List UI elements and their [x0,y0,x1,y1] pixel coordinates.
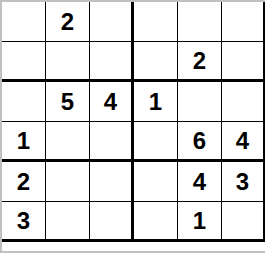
cell-r4c1[interactable]: 1 [2,122,46,162]
cell-r2c5[interactable]: 2 [178,42,222,82]
cell-r1c3[interactable] [90,2,134,42]
sudoku-board: 2254116424331 [2,2,265,242]
cell-r2c3[interactable] [90,42,134,82]
cell-r1c6[interactable] [222,2,265,42]
cell-r1c2[interactable]: 2 [46,2,90,42]
sudoku-frame: 2254116424331 [0,0,265,253]
cell-r6c3[interactable] [90,202,134,242]
cell-r4c6[interactable]: 4 [222,122,265,162]
cell-r4c5[interactable]: 6 [178,122,222,162]
cell-r3c4[interactable]: 1 [134,82,178,122]
cell-r4c2[interactable] [46,122,90,162]
cell-r3c5[interactable] [178,82,222,122]
cell-r6c6[interactable] [222,202,265,242]
cell-r6c1[interactable]: 3 [2,202,46,242]
cell-r5c5[interactable]: 4 [178,162,222,202]
cell-r1c4[interactable] [134,2,178,42]
cell-r5c1[interactable]: 2 [2,162,46,202]
cell-r1c1[interactable] [2,2,46,42]
cell-r5c4[interactable] [134,162,178,202]
cell-r5c3[interactable] [90,162,134,202]
cell-r5c6[interactable]: 3 [222,162,265,202]
cell-r6c4[interactable] [134,202,178,242]
cell-r6c2[interactable] [46,202,90,242]
cell-r5c2[interactable] [46,162,90,202]
cell-r4c4[interactable] [134,122,178,162]
cell-r2c4[interactable] [134,42,178,82]
cell-r3c2[interactable]: 5 [46,82,90,122]
cell-r4c3[interactable] [90,122,134,162]
cell-r1c5[interactable] [178,2,222,42]
cell-r3c6[interactable] [222,82,265,122]
cell-r3c1[interactable] [2,82,46,122]
cell-r2c6[interactable] [222,42,265,82]
cell-r3c3[interactable]: 4 [90,82,134,122]
cell-r2c1[interactable] [2,42,46,82]
cell-r6c5[interactable]: 1 [178,202,222,242]
cell-r2c2[interactable] [46,42,90,82]
